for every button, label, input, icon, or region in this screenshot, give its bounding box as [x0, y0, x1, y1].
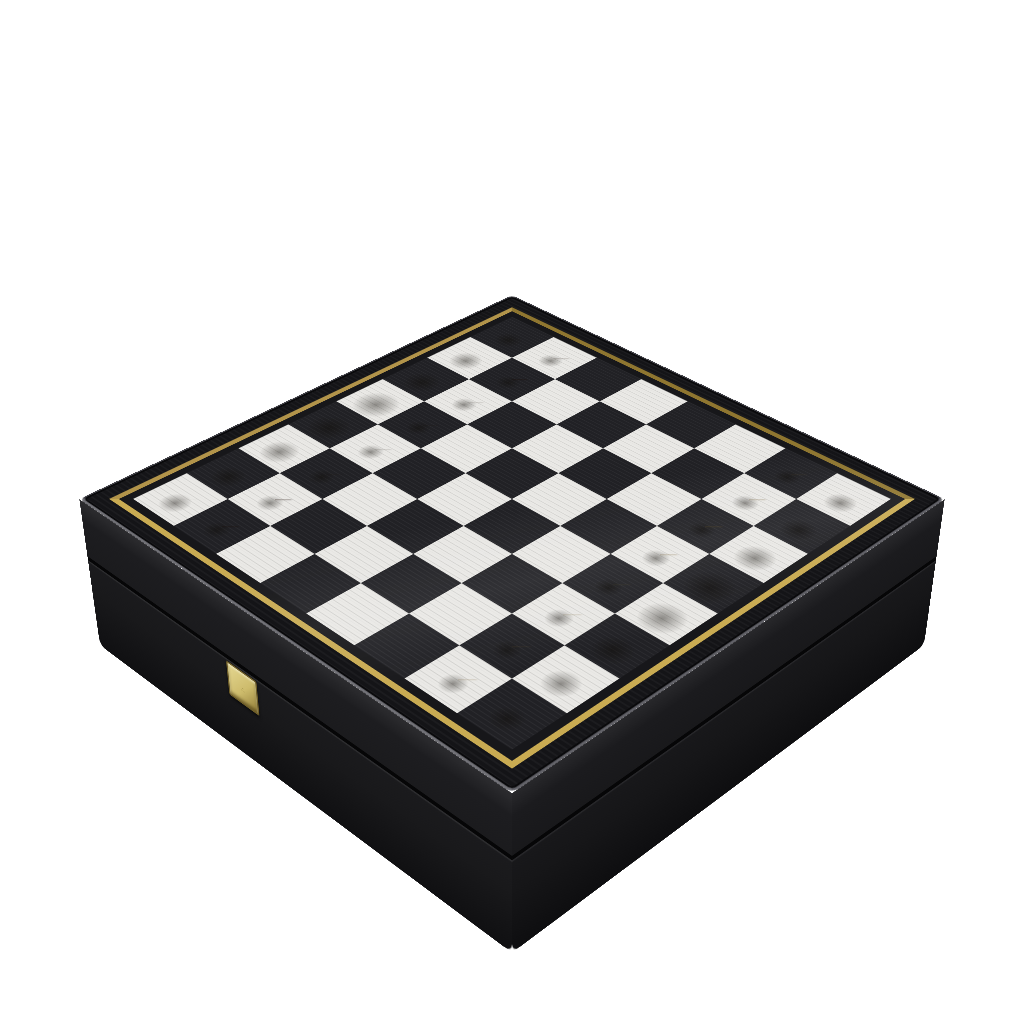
chess-box: ♜♟♞♟♝♟♚♟♛♟♝♟♟♞♜♟♟♜♞♟♟♝♟♚♟♛♟♝♟♞♟♜ ∴ — [79, 295, 944, 793]
latch-engraving: ∴ — [241, 684, 246, 694]
white-pawn-glyph: ♟ — [432, 626, 485, 685]
product-photo-scene: ♜♟♞♟♝♟♚♟♛♟♝♟♟♞♜♟♟♜♞♟♟♝♟♚♟♛♟♝♟♞♟♜ ∴ — [0, 0, 1024, 1024]
black-pawn-glyph: ♟ — [198, 479, 246, 532]
white-rook-glyph: ♜ — [480, 648, 545, 720]
black-pawn-glyph: ♟ — [252, 453, 299, 505]
